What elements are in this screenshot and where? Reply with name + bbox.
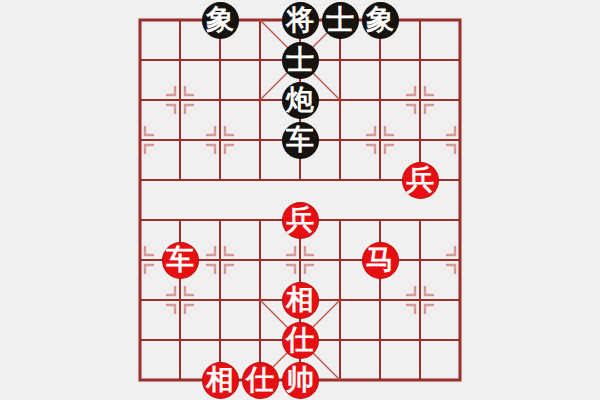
piece-red-elephant[interactable]: 相 xyxy=(202,362,239,399)
piece-black-advisor[interactable]: 士 xyxy=(282,42,319,79)
piece-red-general[interactable]: 帅 xyxy=(282,362,319,399)
piece-black-elephant[interactable]: 象 xyxy=(362,2,399,39)
piece-black-general[interactable]: 将 xyxy=(282,2,319,39)
xiangqi-app: 象将士象士炮车兵兵车马相仕相仕帅 xyxy=(0,0,600,400)
piece-red-advisor[interactable]: 仕 xyxy=(282,322,319,359)
piece-red-advisor[interactable]: 仕 xyxy=(242,362,279,399)
piece-black-chariot[interactable]: 车 xyxy=(282,122,319,159)
piece-red-soldier[interactable]: 兵 xyxy=(282,202,319,239)
piece-black-advisor[interactable]: 士 xyxy=(322,2,359,39)
piece-black-cannon[interactable]: 炮 xyxy=(282,82,319,119)
piece-red-chariot[interactable]: 车 xyxy=(162,242,199,279)
piece-black-elephant[interactable]: 象 xyxy=(202,2,239,39)
piece-red-soldier[interactable]: 兵 xyxy=(402,162,439,199)
piece-red-horse[interactable]: 马 xyxy=(362,242,399,279)
xiangqi-board[interactable]: 象将士象士炮车兵兵车马相仕相仕帅 xyxy=(120,0,480,400)
piece-red-elephant[interactable]: 相 xyxy=(282,282,319,319)
